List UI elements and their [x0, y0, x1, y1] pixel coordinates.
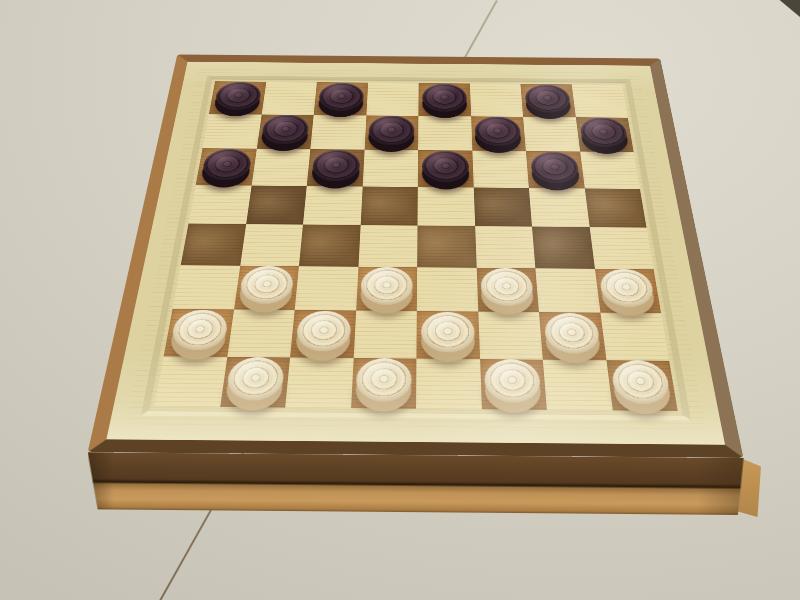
- square-h6[interactable]: [580, 152, 640, 189]
- square-g2[interactable]: [539, 312, 606, 360]
- square-a7[interactable]: [203, 114, 262, 149]
- square-h8[interactable]: [571, 84, 627, 117]
- square-g7[interactable]: [523, 117, 580, 152]
- square-e8[interactable]: [418, 83, 470, 116]
- square-f2[interactable]: [478, 312, 543, 360]
- square-f8[interactable]: [470, 84, 524, 117]
- board-grid: [154, 81, 677, 411]
- square-a5[interactable]: [188, 185, 251, 224]
- square-g8[interactable]: [520, 84, 575, 117]
- square-b7[interactable]: [256, 114, 313, 149]
- square-f5[interactable]: [473, 187, 532, 226]
- square-c4[interactable]: [299, 225, 360, 267]
- board-bevel-ring: [141, 76, 691, 421]
- square-a2[interactable]: [164, 309, 234, 357]
- square-c8[interactable]: [314, 82, 368, 115]
- square-e3[interactable]: [417, 267, 478, 312]
- square-c7[interactable]: [310, 115, 366, 150]
- light-checker-piece[interactable]: [225, 357, 285, 401]
- checkers-board: [88, 54, 744, 458]
- scene: [0, 0, 800, 600]
- light-checker-piece[interactable]: [356, 358, 412, 402]
- square-f4[interactable]: [475, 226, 536, 268]
- square-e1[interactable]: [416, 358, 481, 409]
- square-f3[interactable]: [476, 267, 539, 312]
- dark-checker-piece[interactable]: [213, 82, 262, 110]
- square-h5[interactable]: [584, 188, 646, 227]
- piece-top-rings: [368, 116, 414, 146]
- light-checker-piece[interactable]: [610, 360, 672, 404]
- square-b4[interactable]: [240, 224, 303, 266]
- square-c6[interactable]: [307, 149, 364, 186]
- square-g4[interactable]: [532, 227, 594, 269]
- square-e7[interactable]: [418, 116, 472, 151]
- dark-checker-piece[interactable]: [530, 152, 580, 184]
- square-a3[interactable]: [173, 265, 240, 310]
- dark-checker-piece[interactable]: [422, 83, 467, 111]
- light-checker-piece[interactable]: [543, 313, 600, 354]
- square-d4[interactable]: [358, 225, 417, 267]
- square-g5[interactable]: [529, 188, 589, 227]
- square-e2[interactable]: [416, 311, 479, 359]
- square-d5[interactable]: [360, 186, 418, 225]
- square-a1[interactable]: [154, 356, 227, 407]
- square-h4[interactable]: [589, 227, 653, 269]
- square-b3[interactable]: [234, 265, 299, 310]
- light-checker-piece[interactable]: [484, 359, 542, 403]
- dark-checker-piece[interactable]: [524, 84, 571, 112]
- light-checker-piece[interactable]: [360, 267, 413, 305]
- piece-top-rings: [422, 83, 467, 111]
- square-b2[interactable]: [227, 309, 295, 357]
- square-b1[interactable]: [220, 357, 290, 408]
- square-c3[interactable]: [295, 266, 358, 311]
- board-top-face: [88, 54, 744, 458]
- piece-top-rings: [422, 151, 470, 183]
- dark-checker-piece[interactable]: [261, 115, 310, 145]
- square-g3[interactable]: [535, 268, 600, 313]
- piece-top-rings: [421, 312, 475, 353]
- dark-checker-piece[interactable]: [422, 151, 470, 183]
- light-checker-piece[interactable]: [169, 309, 229, 350]
- square-b6[interactable]: [251, 149, 310, 186]
- square-f6[interactable]: [472, 151, 529, 188]
- square-h2[interactable]: [600, 313, 669, 361]
- light-checker-piece[interactable]: [480, 268, 534, 306]
- board-walnut-frame: [88, 54, 744, 458]
- square-d7[interactable]: [364, 115, 418, 150]
- square-h1[interactable]: [606, 360, 678, 411]
- square-c1[interactable]: [285, 357, 353, 408]
- dark-checker-piece[interactable]: [201, 149, 253, 181]
- square-d8[interactable]: [366, 83, 419, 116]
- square-h3[interactable]: [594, 268, 661, 313]
- square-b5[interactable]: [246, 185, 307, 224]
- board-cream-margin: [125, 69, 707, 432]
- photo-scene: [0, 0, 800, 600]
- square-d2[interactable]: [353, 311, 417, 359]
- square-f1[interactable]: [480, 359, 547, 410]
- light-checker-piece[interactable]: [295, 311, 351, 352]
- dark-checker-piece[interactable]: [311, 150, 360, 182]
- square-d1[interactable]: [351, 358, 417, 409]
- square-a4[interactable]: [181, 224, 246, 266]
- light-checker-piece[interactable]: [239, 266, 295, 304]
- square-h7[interactable]: [575, 117, 633, 152]
- square-d3[interactable]: [356, 266, 417, 311]
- square-e5[interactable]: [417, 187, 474, 226]
- square-c5[interactable]: [303, 186, 362, 225]
- square-a8[interactable]: [209, 81, 266, 114]
- square-a6[interactable]: [196, 148, 257, 185]
- square-g6[interactable]: [526, 151, 584, 188]
- square-c2[interactable]: [290, 310, 356, 358]
- light-checker-piece[interactable]: [421, 312, 475, 353]
- dark-checker-piece[interactable]: [368, 116, 414, 146]
- dark-checker-piece[interactable]: [318, 83, 364, 111]
- light-checker-piece[interactable]: [599, 269, 656, 307]
- square-e6[interactable]: [418, 150, 474, 187]
- square-g1[interactable]: [543, 359, 613, 410]
- square-d6[interactable]: [362, 150, 418, 187]
- square-b8[interactable]: [261, 82, 317, 115]
- board-front-edge: [87, 452, 743, 515]
- square-f7[interactable]: [471, 116, 526, 151]
- dark-checker-piece[interactable]: [579, 117, 629, 147]
- dark-checker-piece[interactable]: [474, 117, 521, 147]
- square-e4[interactable]: [417, 226, 476, 268]
